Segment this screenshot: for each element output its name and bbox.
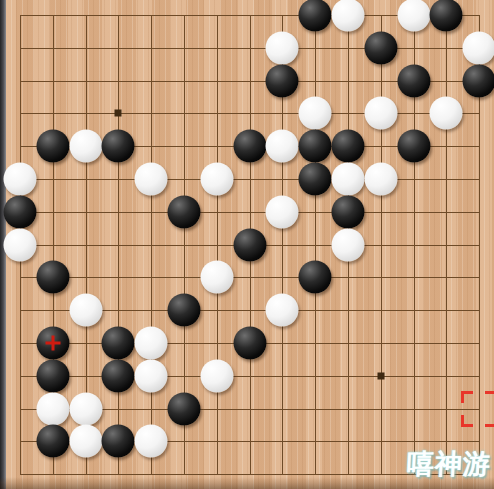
grid-line	[20, 376, 480, 377]
stone-white	[266, 294, 299, 327]
stone-black	[266, 64, 299, 97]
stone-black	[233, 130, 266, 163]
stone-black	[168, 294, 201, 327]
grid-line	[446, 15, 447, 475]
stone-black	[102, 130, 135, 163]
stone-white	[69, 425, 102, 458]
target-bracket-bottom-left	[461, 415, 473, 427]
stone-white	[332, 163, 365, 196]
go-board[interactable]	[0, 0, 494, 489]
stone-white	[266, 31, 299, 64]
stone-black	[36, 425, 69, 458]
grid-line	[315, 15, 316, 475]
stone-black	[299, 261, 332, 294]
grid-line	[20, 277, 480, 278]
hoshi-point	[115, 110, 122, 117]
stone-white	[36, 392, 69, 425]
stone-black	[299, 0, 332, 32]
stone-white	[430, 97, 463, 130]
target-bracket-bottom-right	[485, 415, 494, 427]
stone-black	[36, 359, 69, 392]
stone-white	[266, 130, 299, 163]
stone-black	[463, 64, 494, 97]
stone-white	[135, 327, 168, 360]
stone-white	[135, 425, 168, 458]
stone-white	[200, 163, 233, 196]
stone-white	[69, 294, 102, 327]
stone-white	[135, 359, 168, 392]
stone-white	[364, 163, 397, 196]
stone-black	[332, 130, 365, 163]
stone-black	[332, 195, 365, 228]
stone-white	[69, 130, 102, 163]
stone-black	[36, 130, 69, 163]
stone-black	[430, 0, 463, 32]
stone-white	[332, 0, 365, 32]
stone-black	[364, 31, 397, 64]
go-board-app: 嘻神游	[0, 0, 494, 489]
target-bracket-top-right	[485, 391, 494, 403]
watermark: 嘻神游	[406, 446, 492, 482]
last-move-marker	[45, 336, 60, 351]
target-bracket-top-left	[461, 391, 473, 403]
hoshi-point	[377, 372, 384, 379]
stone-white	[135, 163, 168, 196]
stone-black	[102, 425, 135, 458]
stone-white	[4, 163, 37, 196]
stone-black	[4, 195, 37, 228]
stone-white	[364, 97, 397, 130]
stone-white	[397, 0, 430, 32]
stone-black	[299, 163, 332, 196]
stone-white	[463, 31, 494, 64]
stone-black	[233, 327, 266, 360]
stone-black	[36, 261, 69, 294]
stone-white	[332, 228, 365, 261]
stone-black	[233, 228, 266, 261]
stone-black	[168, 195, 201, 228]
stone-white	[266, 195, 299, 228]
stone-white	[4, 228, 37, 261]
stone-black	[102, 359, 135, 392]
stone-black	[299, 130, 332, 163]
stone-white	[69, 392, 102, 425]
stone-black	[102, 327, 135, 360]
stone-white	[200, 261, 233, 294]
stone-white	[200, 359, 233, 392]
stone-black	[168, 392, 201, 425]
stone-black	[397, 130, 430, 163]
grid-line	[381, 15, 382, 475]
stone-black	[397, 64, 430, 97]
stone-white	[299, 97, 332, 130]
